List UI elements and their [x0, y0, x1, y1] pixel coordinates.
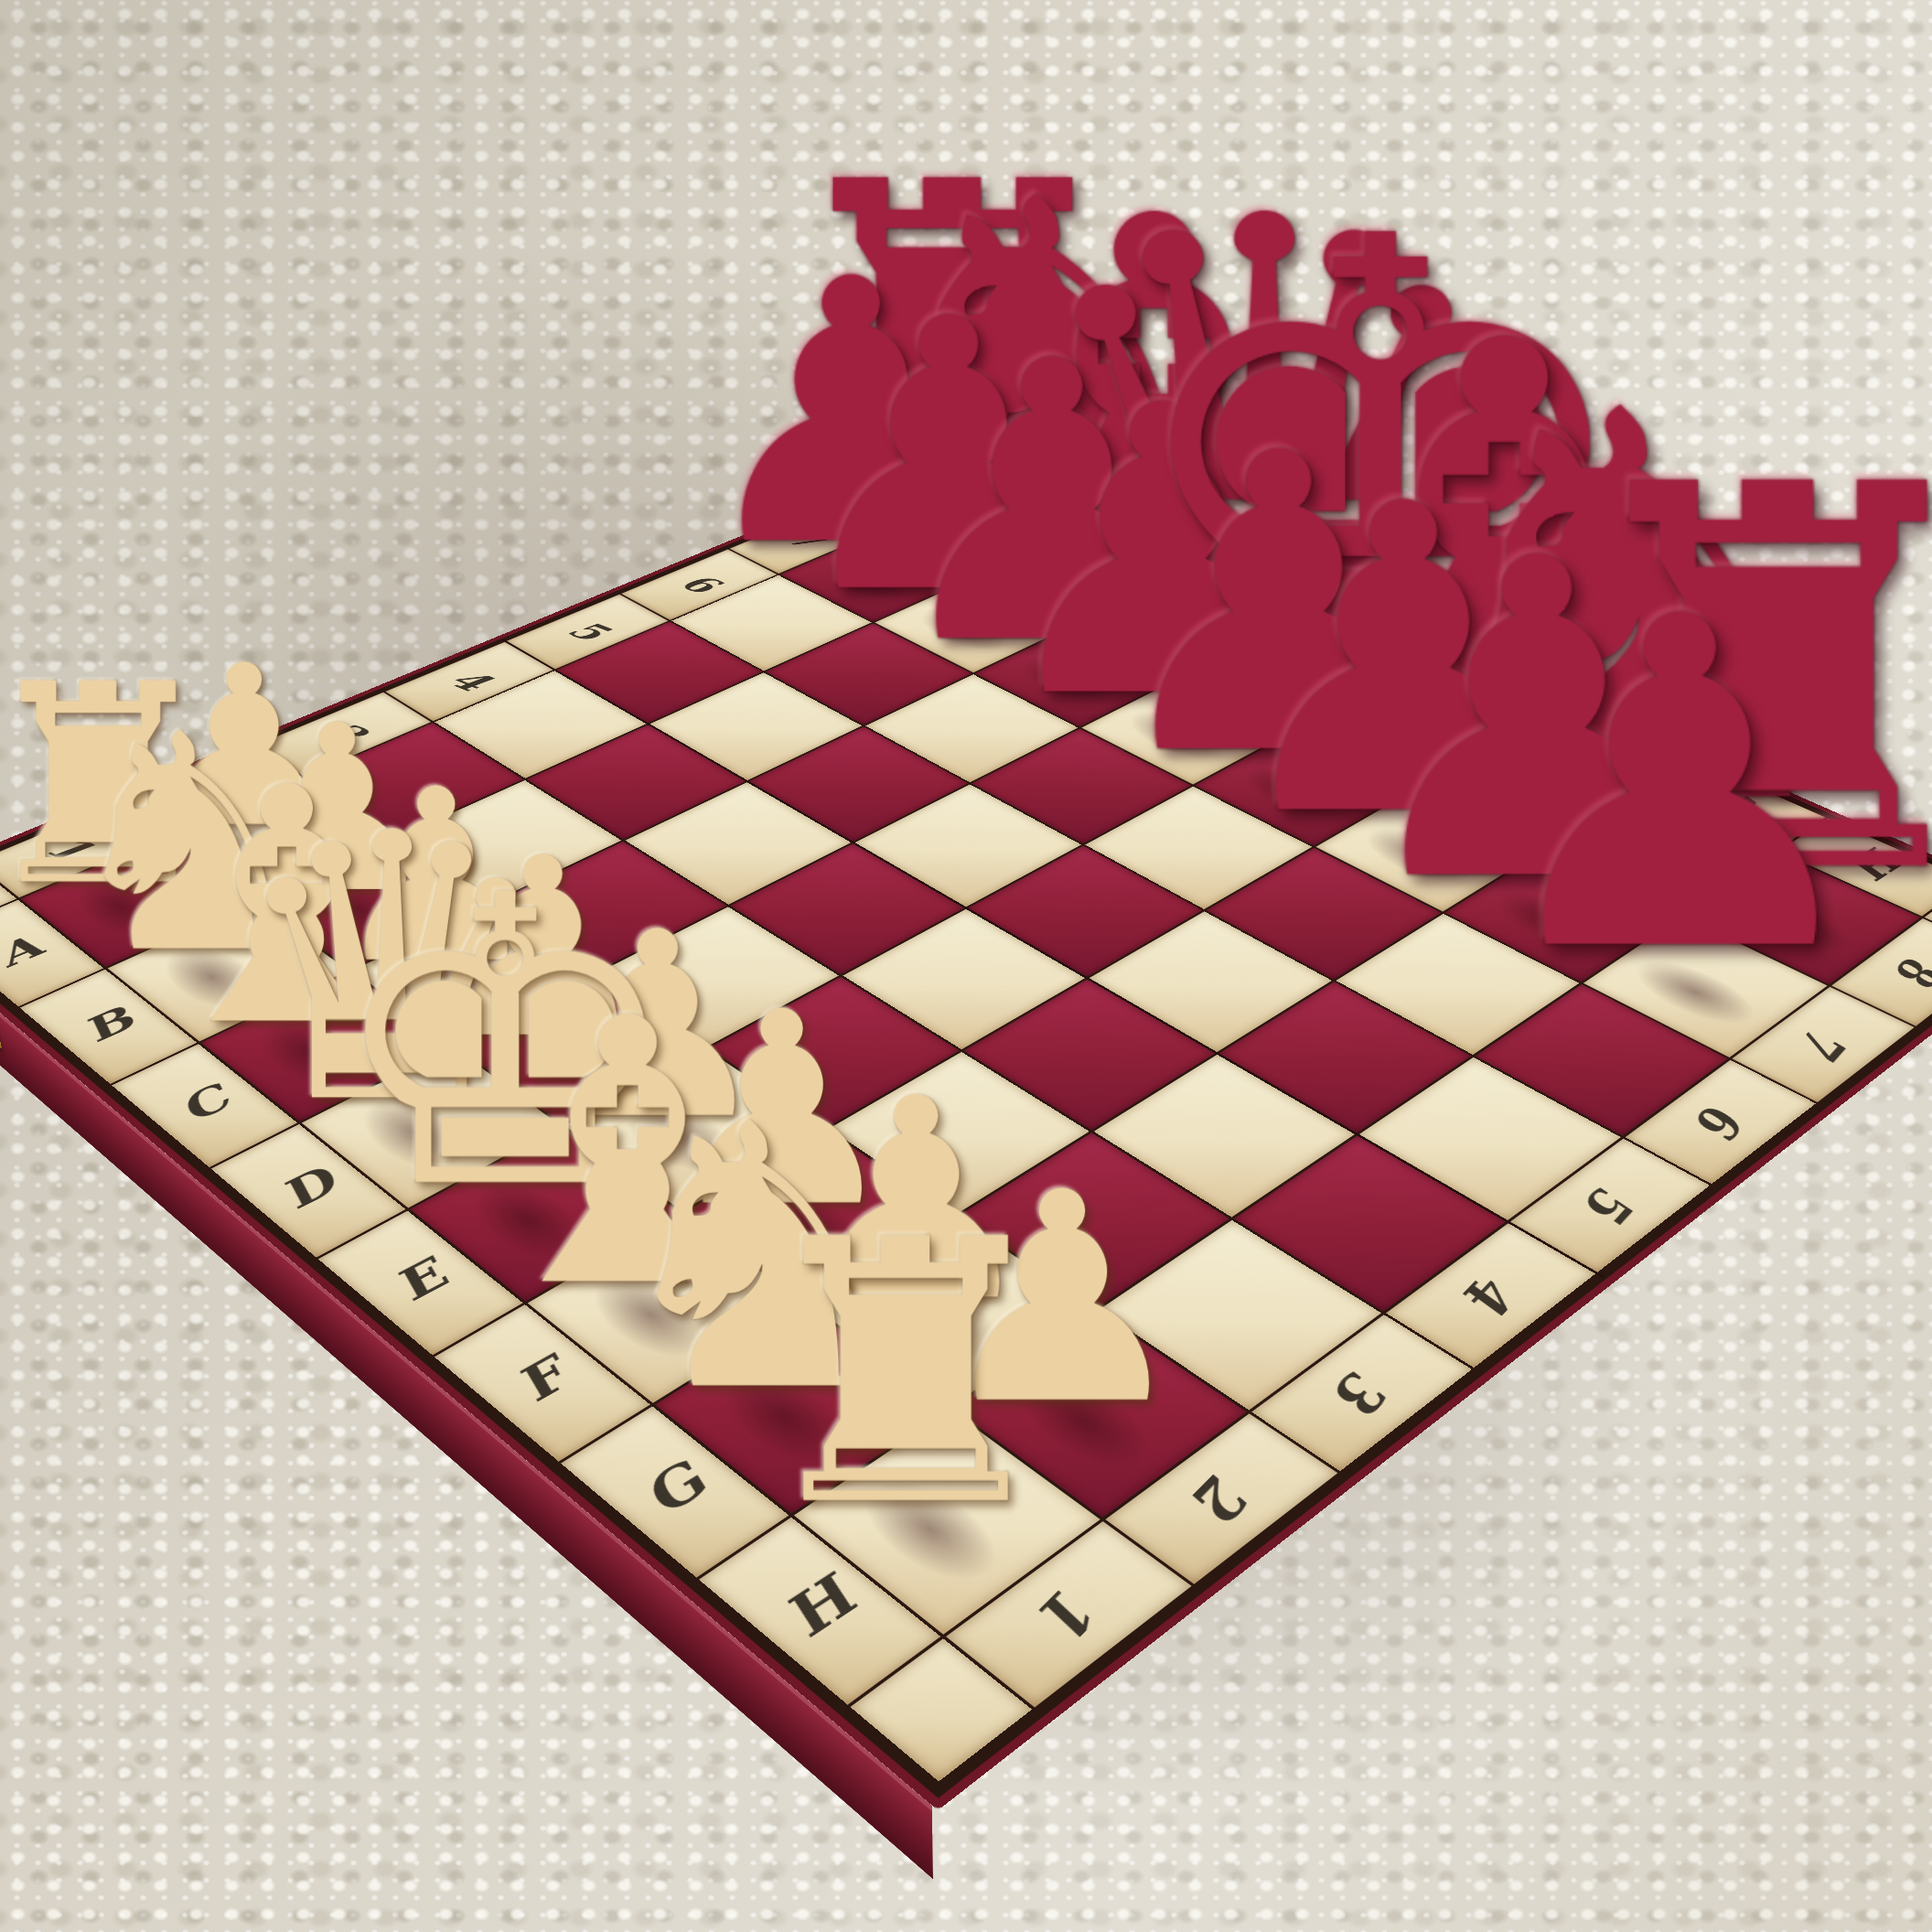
- red-pawn: ♟: [1476, 570, 1884, 1003]
- white-rook: ♜: [743, 1201, 1068, 1546]
- photo-scene: ABCDEFGH8♜♞♝♛♚♝♞♜87♟♟♟♟♟♟♟♟7665544332♟♟♟…: [0, 0, 1932, 1932]
- square-h7: ♟: [1583, 916, 1828, 1057]
